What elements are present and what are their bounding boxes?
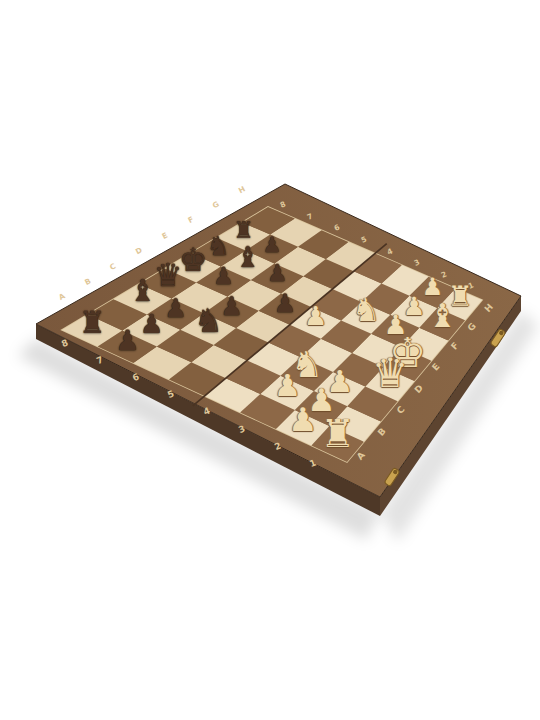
piece-black-bishop-f7[interactable]: ♝	[235, 245, 260, 273]
piece-black-rook-g8[interactable]: ♜	[233, 220, 254, 243]
piece-black-knight-c6[interactable]: ♞	[194, 305, 223, 337]
piece-black-rook-a8[interactable]: ♜	[79, 308, 106, 338]
piece-white-pawn-e4[interactable]: ♟	[304, 304, 327, 330]
piece-white-bishop-g1[interactable]: ♝	[428, 300, 457, 333]
piece-black-pawn-a7[interactable]: ♟	[115, 327, 140, 354]
piece-black-bishop-c8[interactable]: ♝	[129, 276, 157, 307]
chess-product-photo: ABCDEFGH1234567812345678ABCDEFGH ♜♟♞♝♚♟♟…	[0, 0, 540, 720]
piece-white-knight-f3[interactable]: ♞	[352, 294, 380, 326]
piece-black-pawn-e5[interactable]: ♟	[274, 291, 297, 316]
coord-file-top-A: A	[57, 291, 67, 302]
piece-black-pawn-f6[interactable]: ♟	[267, 262, 288, 285]
piece-black-pawn-c7[interactable]: ♟	[164, 296, 187, 321]
piece-black-pawn-e7[interactable]: ♟	[213, 265, 234, 288]
coord-file-top-C: C	[108, 261, 118, 272]
piece-black-queen-d8[interactable]: ♛	[154, 260, 183, 292]
coord-file-top-D: D	[134, 245, 144, 256]
coord-file-top-F: F	[186, 215, 195, 225]
piece-black-king-e8[interactable]: ♚	[179, 244, 208, 276]
piece-white-queen-d1[interactable]: ♛	[372, 353, 408, 393]
coord-file-top-B: B	[83, 276, 93, 287]
piece-black-pawn-b7[interactable]: ♟	[140, 311, 164, 337]
coord-file-top-H: H	[237, 184, 247, 195]
piece-white-pawn-b3[interactable]: ♟	[274, 370, 301, 400]
piece-black-pawn-g7[interactable]: ♟	[262, 234, 281, 255]
coord-file-top-E: E	[160, 231, 169, 241]
chess-board: ABCDEFGH1234567812345678ABCDEFGH	[0, 0, 540, 720]
piece-white-pawn-a2[interactable]: ♟	[288, 403, 317, 436]
piece-black-knight-f8[interactable]: ♞	[207, 233, 231, 259]
piece-white-rook-a1[interactable]: ♜	[321, 415, 355, 453]
piece-black-pawn-d6[interactable]: ♟	[220, 294, 243, 319]
coord-file-top-G: G	[211, 199, 221, 210]
